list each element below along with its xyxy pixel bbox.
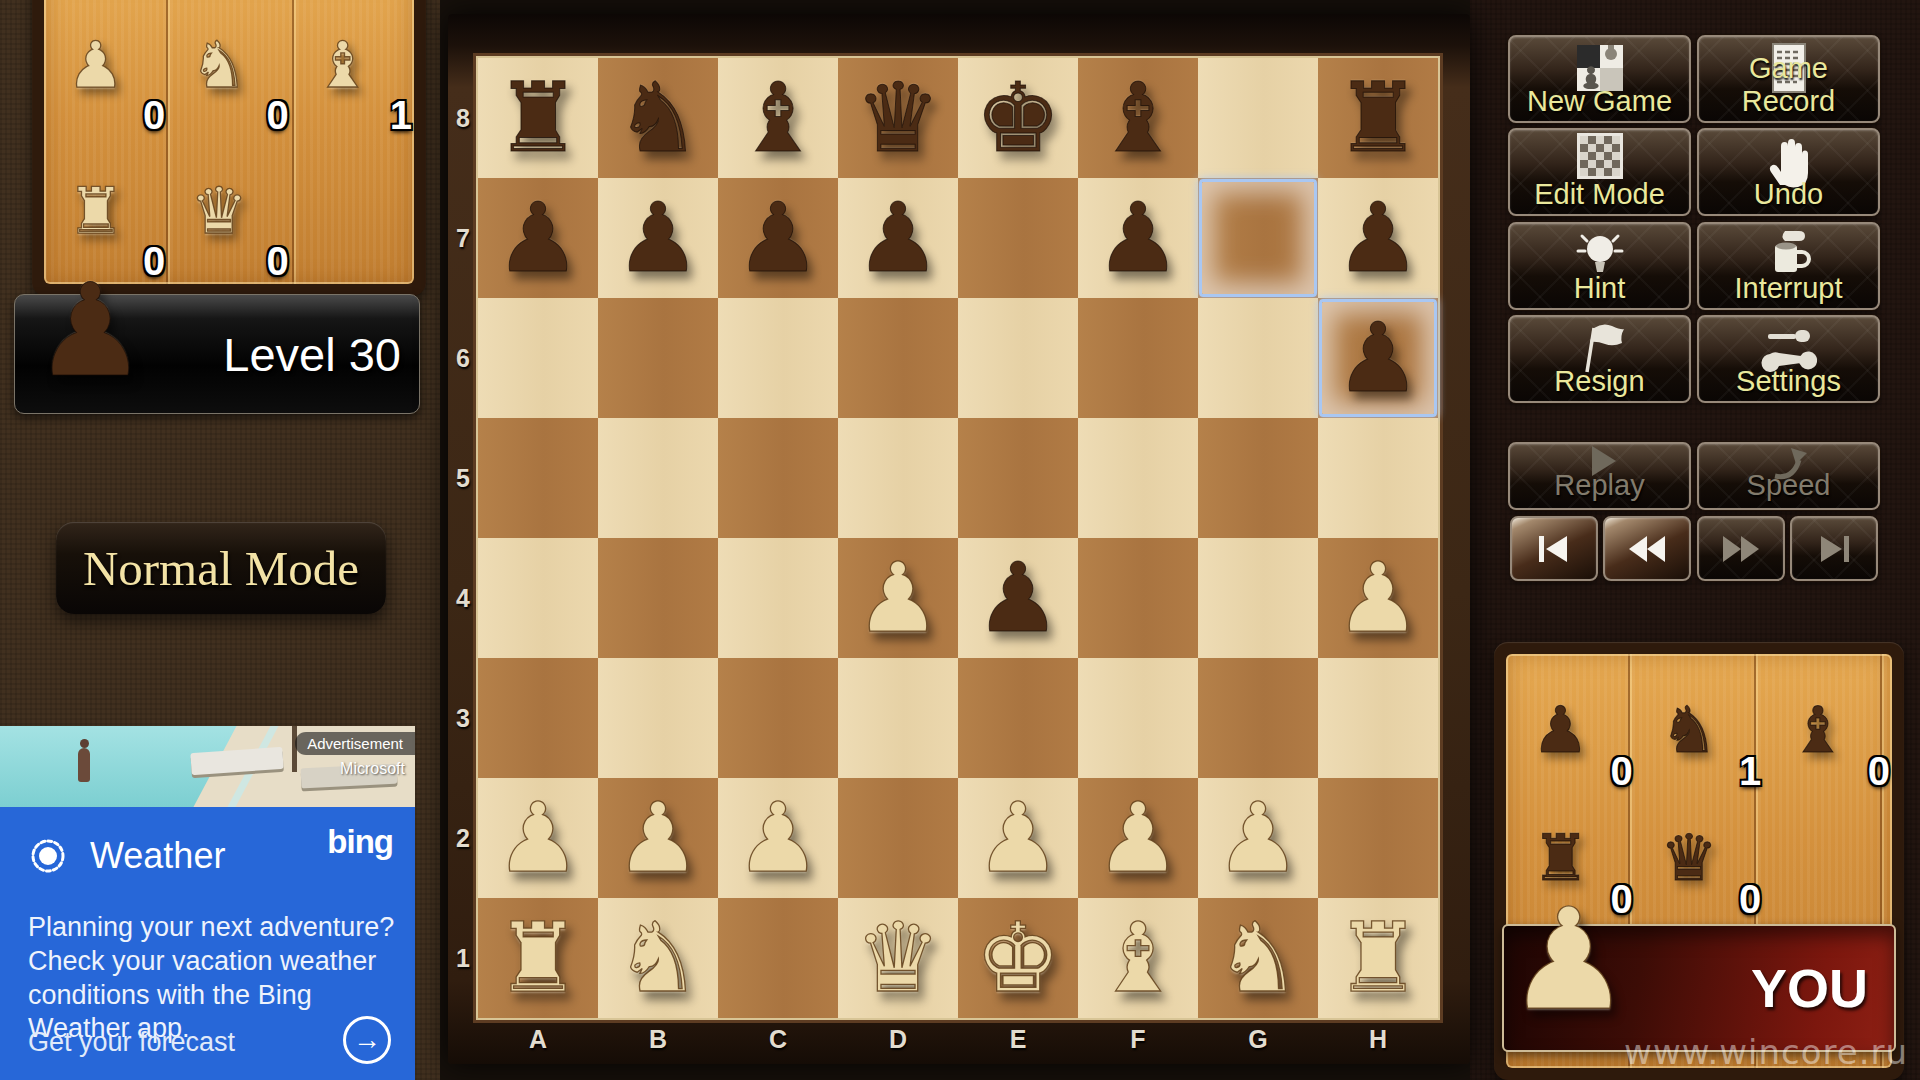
undo-label: Undo [1699, 178, 1878, 211]
captured-white-pawn-cell: ♟0 [44, 0, 167, 138]
square-e7[interactable] [958, 178, 1078, 298]
black-pawn-e4[interactable]: ♟ [975, 550, 1061, 646]
square-a7[interactable]: ♟ [478, 178, 598, 298]
file-label-B: B [598, 1020, 718, 1058]
black-knight-captured-count: 1 [1739, 749, 1761, 794]
square-f4[interactable] [1078, 538, 1198, 658]
captured-black-pawn-cell: ♟0 [1506, 666, 1635, 794]
square-e8[interactable]: ♚ [958, 58, 1078, 178]
white-rook-a1[interactable]: ♜ [495, 910, 581, 1006]
square-e6[interactable] [958, 298, 1078, 418]
white-bishop-captured-count: 1 [390, 93, 412, 138]
black-pawn-d7[interactable]: ♟ [855, 190, 941, 286]
square-g4[interactable] [1198, 538, 1318, 658]
black-bishop-captured-count: 0 [1868, 749, 1890, 794]
square-b8[interactable]: ♞ [598, 58, 718, 178]
square-f3[interactable] [1078, 658, 1198, 778]
undo-button[interactable]: Undo [1697, 128, 1880, 216]
mode-label: Normal Mode [83, 540, 359, 597]
white-knight-captured-count: 0 [266, 93, 288, 138]
square-g1[interactable]: ♞ [1198, 898, 1318, 1018]
square-f8[interactable]: ♝ [1078, 58, 1198, 178]
square-c4[interactable] [718, 538, 838, 658]
you-label: YOU [1751, 957, 1868, 1019]
watermark: www.wincore.ru [1624, 1032, 1908, 1072]
white-pawn-captured-count: 0 [143, 93, 165, 138]
black-pawn-f7[interactable]: ♟ [1095, 190, 1181, 286]
square-d6[interactable] [838, 298, 958, 418]
file-label-D: D [838, 1020, 958, 1058]
file-label-F: F [1078, 1020, 1198, 1058]
square-f1[interactable]: ♝ [1078, 898, 1198, 1018]
square-g5[interactable] [1198, 418, 1318, 538]
square-e2[interactable]: ♟ [958, 778, 1078, 898]
square-g2[interactable]: ♟ [1198, 778, 1318, 898]
replay-button[interactable]: Replay [1508, 442, 1691, 510]
white-pawn-c2[interactable]: ♟ [735, 790, 821, 886]
fast-forward-icon [1719, 532, 1763, 566]
square-d2[interactable] [838, 778, 958, 898]
square-b2[interactable]: ♟ [598, 778, 718, 898]
square-b4[interactable] [598, 538, 718, 658]
white-bishop-f1[interactable]: ♝ [1095, 910, 1181, 1006]
rank-label-5: 5 [448, 418, 478, 538]
square-b6[interactable] [598, 298, 718, 418]
white-pawn-d4[interactable]: ♟ [855, 550, 941, 646]
captured-white-grid: ♟0♞0♝1♜0♛0 [44, 0, 414, 284]
settings-button[interactable]: Settings [1697, 315, 1880, 403]
square-c1[interactable] [718, 898, 838, 1018]
white-rook-icon: ♜ [67, 179, 124, 243]
square-a3[interactable] [478, 658, 598, 778]
game-record-button[interactable]: Game Record [1697, 35, 1880, 123]
white-queen-captured-count: 0 [266, 239, 288, 284]
chess-board-frame: ♜♞♝♛♚♝♜♟♟♟♟♟♟♟♟♟♟♟♟♟♟♟♟♜♞♛♚♝♞♜ 87654321 … [448, 14, 1470, 1064]
fast-forward-button[interactable] [1697, 516, 1785, 581]
square-a5[interactable] [478, 418, 598, 538]
square-g6[interactable] [1198, 298, 1318, 418]
square-a4[interactable] [478, 538, 598, 658]
square-d7[interactable]: ♟ [838, 178, 958, 298]
square-a1[interactable]: ♜ [478, 898, 598, 1018]
file-label-H: H [1318, 1020, 1438, 1058]
ad-weather-header: Weather [28, 835, 225, 877]
white-queen-icon: ♛ [190, 179, 247, 243]
square-g7[interactable] [1198, 178, 1318, 298]
speed-button[interactable]: Speed [1697, 442, 1880, 510]
ad-line-2: Check your vacation weather [28, 945, 415, 979]
square-b5[interactable] [598, 418, 718, 538]
skip-to-start-icon [1532, 532, 1576, 566]
white-knight-g1[interactable]: ♞ [1215, 910, 1301, 1006]
square-h8[interactable]: ♜ [1318, 58, 1438, 178]
chess-board: ♜♞♝♛♚♝♜♟♟♟♟♟♟♟♟♟♟♟♟♟♟♟♟♜♞♛♚♝♞♜ [478, 58, 1438, 1018]
square-h6[interactable]: ♟ [1318, 298, 1438, 418]
new-game-button[interactable]: New Game [1508, 35, 1691, 123]
chess-app-window: ♟0♞0♝1♜0♛0 ♟ Level 30 Normal Mode Advert… [0, 0, 1920, 1080]
white-queen-d1[interactable]: ♛ [855, 910, 941, 1006]
tray-wood-panel: ♟0♞0♝1♜0♛0 [44, 0, 414, 284]
square-d8[interactable]: ♛ [838, 58, 958, 178]
captured-white-queen-cell: ♛0 [167, 138, 290, 284]
square-h2[interactable] [1318, 778, 1438, 898]
black-knight-b8[interactable]: ♞ [615, 70, 701, 166]
square-d5[interactable] [838, 418, 958, 538]
rank-label-1: 1 [448, 898, 478, 1018]
captured-black-knight-cell: ♞1 [1635, 666, 1764, 794]
rank-label-7: 7 [448, 178, 478, 298]
square-a6[interactable] [478, 298, 598, 418]
edit-mode-label: Edit Mode [1510, 178, 1689, 211]
rewind-icon [1625, 532, 1669, 566]
file-label-C: C [718, 1020, 838, 1058]
white-pawn-a2[interactable]: ♟ [495, 790, 581, 886]
white-pawn-b2[interactable]: ♟ [615, 790, 701, 886]
black-bishop-f8[interactable]: ♝ [1095, 70, 1181, 166]
file-label-A: A [478, 1020, 598, 1058]
white-king-e1[interactable]: ♚ [975, 910, 1061, 1006]
hint-label: Hint [1510, 272, 1689, 305]
square-e4[interactable]: ♟ [958, 538, 1078, 658]
file-label-G: G [1198, 1020, 1318, 1058]
rank-labels: 87654321 [448, 58, 478, 1018]
square-g8[interactable] [1198, 58, 1318, 178]
square-f5[interactable] [1078, 418, 1198, 538]
interrupt-button[interactable]: Interrupt [1697, 222, 1880, 310]
square-f6[interactable] [1078, 298, 1198, 418]
white-bishop-icon: ♝ [314, 33, 371, 97]
file-labels: ABCDEFGH [478, 1020, 1438, 1058]
rank-label-8: 8 [448, 58, 478, 178]
square-c2[interactable]: ♟ [718, 778, 838, 898]
black-pawn-c7[interactable]: ♟ [735, 190, 821, 286]
hint-button[interactable]: Hint [1508, 222, 1691, 310]
white-pawn-icon: ♟ [67, 33, 124, 97]
black-pawn-icon: ♟ [1532, 698, 1589, 762]
square-h5[interactable] [1318, 418, 1438, 538]
white-pawn-e2[interactable]: ♟ [975, 790, 1061, 886]
black-pawn-a7[interactable]: ♟ [495, 190, 581, 286]
ad-arrow-button[interactable]: → [343, 1016, 391, 1064]
rank-label-4: 4 [448, 538, 478, 658]
square-d3[interactable] [838, 658, 958, 778]
edit-mode-button[interactable]: Edit Mode [1508, 128, 1691, 216]
speed-label: Speed [1699, 469, 1878, 502]
black-queen-d8[interactable]: ♛ [855, 70, 941, 166]
captured-white-knight-cell: ♞0 [167, 0, 290, 138]
square-e1[interactable]: ♚ [958, 898, 1078, 1018]
black-pawn-b7[interactable]: ♟ [615, 190, 701, 286]
edit-mode-icon [1577, 133, 1623, 179]
resign-label: Resign [1510, 365, 1689, 398]
square-c6[interactable] [718, 298, 838, 418]
black-pawn-h7[interactable]: ♟ [1335, 190, 1421, 286]
ad-blue-panel: Weather bing Planning your next adventur… [0, 807, 415, 1080]
black-rook-a8[interactable]: ♜ [495, 70, 581, 166]
level-label: Level 30 [223, 327, 401, 382]
rank-label-6: 6 [448, 298, 478, 418]
square-a8[interactable]: ♜ [478, 58, 598, 178]
captured-black-queen-cell: ♛0 [1635, 794, 1764, 922]
new-game-label: New Game [1510, 85, 1689, 118]
square-a2[interactable]: ♟ [478, 778, 598, 898]
skip-to-start-button[interactable] [1510, 516, 1598, 581]
captured-white-bishop-cell: ♝1 [291, 0, 414, 138]
ad-line-1: Planning your next adventure? [28, 911, 415, 945]
black-bishop-c8[interactable]: ♝ [735, 70, 821, 166]
rank-label-3: 3 [448, 658, 478, 778]
square-d4[interactable]: ♟ [838, 538, 958, 658]
game-record-label: Game Record [1699, 52, 1878, 118]
black-queen-captured-count: 0 [1739, 877, 1761, 922]
square-c3[interactable] [718, 658, 838, 778]
bing-logo: bing [327, 823, 393, 861]
white-pawn-g2[interactable]: ♟ [1215, 790, 1301, 886]
weather-app-label: Weather [90, 835, 225, 877]
replay-label: Replay [1510, 469, 1689, 502]
black-pawn-captured-count: 0 [1610, 749, 1632, 794]
skip-to-end-button[interactable] [1790, 516, 1878, 581]
interrupt-label: Interrupt [1699, 272, 1878, 305]
white-pawn-icon: ♟ [1506, 890, 1632, 1030]
black-queen-icon: ♛ [1660, 826, 1717, 890]
square-e3[interactable] [958, 658, 1078, 778]
square-d1[interactable]: ♛ [838, 898, 958, 1018]
black-pawn-h6[interactable]: ♟ [1335, 310, 1421, 406]
white-pawn-h4[interactable]: ♟ [1335, 550, 1421, 646]
ad-cta-link[interactable]: Get your forecast [28, 1027, 235, 1058]
square-g3[interactable] [1198, 658, 1318, 778]
square-c8[interactable]: ♝ [718, 58, 838, 178]
captured-black-bishop-cell: ♝0 [1763, 666, 1892, 794]
square-e5[interactable] [958, 418, 1078, 538]
square-h7[interactable]: ♟ [1318, 178, 1438, 298]
black-king-e8[interactable]: ♚ [975, 70, 1061, 166]
square-h4[interactable]: ♟ [1318, 538, 1438, 658]
microsoft-label: Microsoft [340, 760, 405, 778]
white-pawn-f2[interactable]: ♟ [1095, 790, 1181, 886]
control-panel: New Game Game Record Edit Mode Undo [1506, 34, 1882, 584]
white-knight-b1[interactable]: ♞ [615, 910, 701, 1006]
skip-to-end-icon [1812, 532, 1856, 566]
square-c5[interactable] [718, 418, 838, 538]
black-pawn-icon: ♟ [33, 267, 148, 395]
black-knight-icon: ♞ [1660, 698, 1717, 762]
white-rook-h1[interactable]: ♜ [1335, 910, 1421, 1006]
level-indicator-bar: ♟ Level 30 [14, 294, 420, 414]
rewind-button[interactable] [1603, 516, 1691, 581]
square-f2[interactable]: ♟ [1078, 778, 1198, 898]
square-h1[interactable]: ♜ [1318, 898, 1438, 1018]
advertisement-banner[interactable]: Advertisement Microsoft Weather bing Pla… [0, 726, 415, 1080]
square-b7[interactable]: ♟ [598, 178, 718, 298]
rank-label-2: 2 [448, 778, 478, 898]
resign-button[interactable]: Resign [1508, 315, 1691, 403]
black-rook-h8[interactable]: ♜ [1335, 70, 1421, 166]
square-h3[interactable] [1318, 658, 1438, 778]
white-knight-icon: ♞ [190, 33, 247, 97]
square-f7[interactable]: ♟ [1078, 178, 1198, 298]
settings-label: Settings [1699, 365, 1878, 398]
black-bishop-icon: ♝ [1789, 698, 1846, 762]
square-b3[interactable] [598, 658, 718, 778]
advertisement-badge: Advertisement [295, 732, 415, 755]
square-c7[interactable]: ♟ [718, 178, 838, 298]
captured-white-pieces-tray: ♟0♞0♝1♜0♛0 [32, 0, 426, 296]
game-mode-plaque: Normal Mode [56, 522, 386, 614]
sun-icon [28, 836, 68, 876]
square-b1[interactable]: ♞ [598, 898, 718, 1018]
ad-photo-person [78, 748, 90, 782]
file-label-E: E [958, 1020, 1078, 1058]
